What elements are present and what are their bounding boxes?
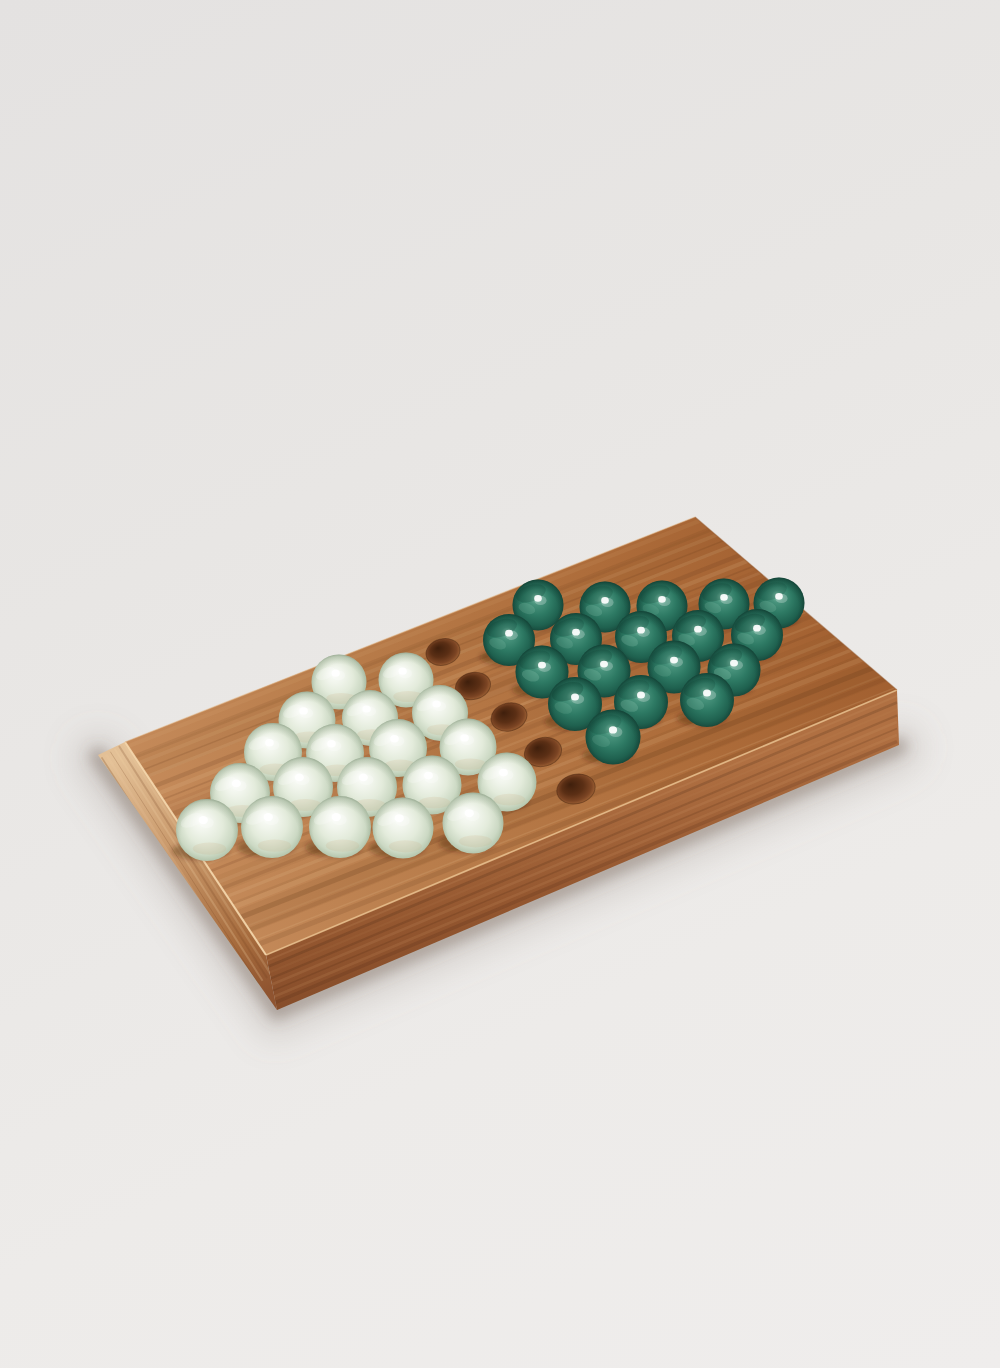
marble-board-svg [0, 0, 1000, 1368]
product-photo-scene [0, 0, 1000, 1368]
page: { "game": "Wooden marble board game (hal… [0, 0, 1000, 1368]
